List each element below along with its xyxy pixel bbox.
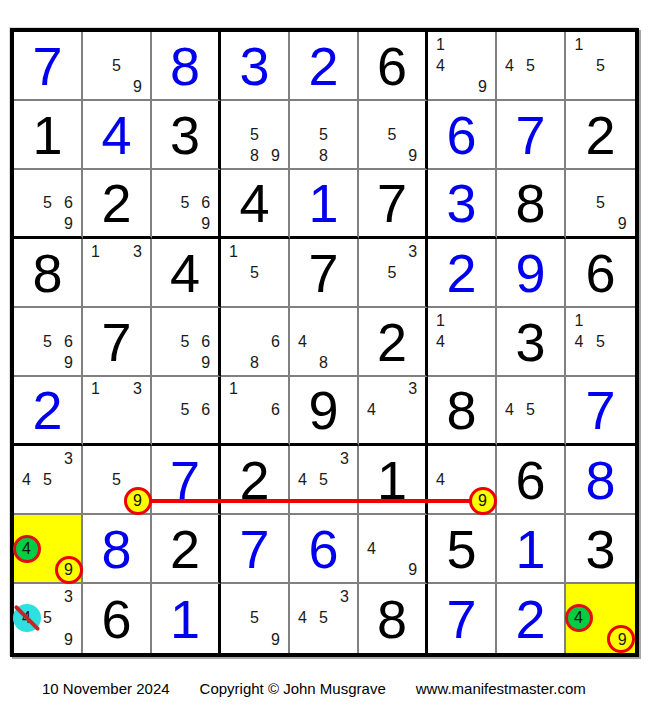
candidate-5: 5 — [244, 262, 265, 283]
cell-r6c3[interactable]: 56 — [152, 377, 221, 446]
cell-r8c2[interactable]: 8 — [83, 515, 152, 584]
candidate-5: 5 — [382, 124, 403, 145]
yellow-circle-marker-r7c7: 9 — [469, 487, 497, 515]
given-digit: 8 — [428, 377, 495, 443]
candidates: 14 — [430, 310, 493, 373]
candidate-9: 9 — [58, 629, 79, 651]
candidate-5: 5 — [590, 331, 612, 352]
candidates: 59 — [223, 586, 286, 651]
footer: 10 November 2024 Copyright © John Musgra… — [42, 680, 586, 697]
cell-r5c1[interactable]: 569 — [14, 308, 83, 377]
candidates: 35 — [361, 241, 423, 304]
candidates: 15 — [568, 34, 633, 97]
cell-r4c4[interactable]: 15 — [221, 239, 290, 308]
cell-r4c2[interactable]: 13 — [83, 239, 152, 308]
entered-digit: 3 — [221, 32, 288, 99]
candidates: 49 — [361, 517, 423, 580]
given-digit: 7 — [359, 170, 425, 236]
given-digit: 2 — [83, 170, 150, 236]
cell-r9c7[interactable]: 7 — [428, 584, 497, 653]
candidates: 59 — [85, 34, 148, 97]
entered-digit: 7 — [152, 446, 218, 513]
entered-digit: 6 — [428, 101, 495, 168]
candidates: 59 — [568, 172, 633, 234]
cell-r1c8[interactable]: 45 — [497, 32, 566, 101]
candidate-4: 4 — [568, 331, 590, 352]
given-digit: 6 — [566, 239, 635, 306]
given-digit: 3 — [497, 308, 564, 375]
entered-digit: 1 — [497, 515, 564, 582]
candidates: 13 — [85, 379, 148, 441]
entered-digit: 1 — [152, 584, 218, 653]
entered-digit: 8 — [83, 515, 150, 582]
candidate-6: 6 — [195, 193, 216, 214]
candidates: 13 — [85, 241, 148, 304]
candidate-9: 9 — [195, 213, 216, 234]
red-ring-marker-r9c9 — [607, 625, 635, 653]
footer-date: 10 November 2024 — [42, 680, 170, 697]
cell-r4c7[interactable]: 2 — [428, 239, 497, 308]
candidates: 15 — [223, 241, 286, 304]
entered-digit: 7 — [14, 32, 81, 99]
cell-r2c9[interactable]: 2 — [566, 101, 635, 170]
candidate-5: 5 — [175, 331, 196, 352]
candidate-3: 3 — [58, 448, 79, 469]
candidate-4: 4 — [16, 469, 37, 490]
cell-r2c5[interactable]: 58 — [290, 101, 359, 170]
candidate-5: 5 — [175, 193, 196, 214]
candidate-1: 1 — [568, 34, 590, 55]
candidate-1: 1 — [430, 34, 451, 55]
candidate-6: 6 — [195, 400, 216, 421]
candidate-5: 5 — [520, 400, 541, 421]
footer-copyright: Copyright © John Musgrave — [200, 680, 386, 697]
candidates: 569 — [154, 172, 216, 234]
entered-digit: 3 — [428, 170, 495, 236]
candidate-4: 4 — [361, 400, 382, 421]
candidate-8: 8 — [313, 145, 334, 166]
cell-r5c4[interactable]: 68 — [221, 308, 290, 377]
cell-r9c3[interactable]: 1 — [152, 584, 221, 653]
green-circle-marker-r9c9: 4 — [565, 604, 593, 632]
cell-r1c1[interactable]: 7 — [14, 32, 83, 101]
cell-r1c5[interactable]: 2 — [290, 32, 359, 101]
cell-r6c9[interactable]: 7 — [566, 377, 635, 446]
cell-r8c6[interactable]: 49 — [359, 515, 428, 584]
candidates: 34 — [361, 379, 423, 441]
candidates: 569 — [16, 310, 79, 373]
candidate-4: 4 — [499, 55, 520, 76]
candidate-9: 9 — [58, 352, 79, 373]
candidates: 589 — [223, 103, 286, 166]
cyan-eliminated-marker-r9c1: 4 — [13, 604, 41, 632]
candidate-6: 6 — [265, 400, 286, 421]
candidates: 569 — [16, 172, 79, 234]
entered-digit: 2 — [14, 377, 81, 443]
candidates: 145 — [568, 310, 633, 373]
candidate-1: 1 — [568, 310, 590, 331]
candidate-1: 1 — [85, 379, 106, 400]
cell-r3c4[interactable]: 4 — [221, 170, 290, 239]
candidates: 345 — [16, 448, 79, 511]
candidate-5: 5 — [382, 262, 403, 283]
cell-r3c8[interactable]: 8 — [497, 170, 566, 239]
candidate-5: 5 — [590, 193, 612, 214]
sudoku-grid: 7598326149451514358958596725692569417385… — [14, 32, 635, 653]
candidate-5: 5 — [244, 124, 265, 145]
cell-r5c9[interactable]: 145 — [566, 308, 635, 377]
cell-r9c2[interactable]: 6 — [83, 584, 152, 653]
cell-r4c3[interactable]: 4 — [152, 239, 221, 308]
candidate-9: 9 — [127, 76, 148, 97]
given-digit: 1 — [359, 446, 425, 513]
candidates: 16 — [223, 379, 286, 441]
cell-r1c2[interactable]: 59 — [83, 32, 152, 101]
cell-r7c6[interactable]: 1 — [359, 446, 428, 515]
sudoku-page: 7598326149451514358958596725692569417385… — [0, 0, 650, 720]
given-digit: 3 — [152, 101, 218, 168]
cell-r8c5[interactable]: 6 — [290, 515, 359, 584]
candidates: 59 — [361, 103, 423, 166]
candidate-8: 8 — [244, 145, 265, 166]
candidates: 45 — [499, 379, 562, 441]
cell-r3c3[interactable]: 569 — [152, 170, 221, 239]
cell-r4c8[interactable]: 9 — [497, 239, 566, 308]
cell-r5c7[interactable]: 14 — [428, 308, 497, 377]
cell-r5c2[interactable]: 7 — [83, 308, 152, 377]
cell-r7c5[interactable]: 345 — [290, 446, 359, 515]
candidates: 56 — [154, 379, 216, 441]
cell-r2c1[interactable]: 1 — [14, 101, 83, 170]
candidates: 58 — [292, 103, 355, 166]
given-digit: 1 — [14, 101, 81, 168]
given-digit: 2 — [221, 446, 288, 513]
cell-r7c9[interactable]: 8 — [566, 446, 635, 515]
given-digit: 4 — [152, 239, 218, 306]
candidate-9: 9 — [195, 352, 216, 373]
candidate-3: 3 — [402, 379, 423, 400]
cell-r7c3[interactable]: 7 — [152, 446, 221, 515]
candidate-4: 4 — [430, 331, 451, 352]
cell-r9c5[interactable]: 345 — [290, 584, 359, 653]
candidate-5: 5 — [37, 469, 58, 490]
candidate-1: 1 — [430, 310, 451, 331]
footer-website: www.manifestmaster.com — [416, 680, 586, 697]
given-digit: 8 — [497, 170, 564, 236]
given-digit: 4 — [221, 170, 288, 236]
candidate-9: 9 — [402, 145, 423, 166]
cell-r5c6[interactable]: 2 — [359, 308, 428, 377]
candidate-3: 3 — [334, 586, 355, 608]
candidate-5: 5 — [520, 55, 541, 76]
candidates: 149 — [430, 34, 493, 97]
given-digit: 6 — [497, 446, 564, 513]
cell-r1c6[interactable]: 6 — [359, 32, 428, 101]
candidate-9: 9 — [402, 559, 423, 580]
candidate-3: 3 — [127, 379, 148, 400]
given-digit: 2 — [359, 308, 425, 375]
cell-r9c8[interactable]: 2 — [497, 584, 566, 653]
candidate-5: 5 — [175, 400, 196, 421]
yellow-circle-marker-r7c2: 9 — [124, 487, 152, 515]
cell-r6c5[interactable]: 9 — [290, 377, 359, 446]
candidate-8: 8 — [244, 352, 265, 373]
cell-r2c8[interactable]: 7 — [497, 101, 566, 170]
cell-r3c6[interactable]: 7 — [359, 170, 428, 239]
cell-r5c8[interactable]: 3 — [497, 308, 566, 377]
entered-digit: 1 — [290, 170, 357, 236]
cell-r5c3[interactable]: 569 — [152, 308, 221, 377]
candidate-1: 1 — [85, 241, 106, 262]
candidate-6: 6 — [58, 331, 79, 352]
candidate-5: 5 — [313, 469, 334, 490]
given-digit: 8 — [14, 239, 81, 306]
given-digit: 3 — [566, 515, 635, 582]
green-circle-marker-r8c1: 4 — [13, 535, 41, 563]
cell-r3c2[interactable]: 2 — [83, 170, 152, 239]
entered-digit: 2 — [428, 239, 495, 306]
cell-r6c6[interactable]: 34 — [359, 377, 428, 446]
cell-r6c2[interactable]: 13 — [83, 377, 152, 446]
candidates: 45 — [499, 34, 562, 97]
entered-digit: 9 — [497, 239, 564, 306]
red-ring-marker-r8c1 — [55, 556, 83, 584]
candidate-4: 4 — [430, 55, 451, 76]
candidate-3: 3 — [334, 448, 355, 469]
cell-r8c9[interactable]: 3 — [566, 515, 635, 584]
cell-r3c1[interactable]: 569 — [14, 170, 83, 239]
cell-r7c1[interactable]: 345 — [14, 446, 83, 515]
candidates: 48 — [292, 310, 355, 373]
entered-digit: 2 — [497, 584, 564, 653]
candidate-5: 5 — [244, 608, 265, 630]
cell-r2c7[interactable]: 6 — [428, 101, 497, 170]
cell-r7c8[interactable]: 6 — [497, 446, 566, 515]
candidate-5: 5 — [37, 193, 58, 214]
entered-digit: 8 — [566, 446, 635, 513]
cell-r1c9[interactable]: 15 — [566, 32, 635, 101]
cell-r6c4[interactable]: 16 — [221, 377, 290, 446]
candidate-3: 3 — [402, 241, 423, 262]
cell-r2c2[interactable]: 4 — [83, 101, 152, 170]
candidate-4: 4 — [430, 469, 451, 490]
cell-r2c3[interactable]: 3 — [152, 101, 221, 170]
candidate-4: 4 — [361, 538, 382, 559]
candidate-3: 3 — [127, 241, 148, 262]
candidate-5: 5 — [106, 469, 127, 490]
candidate-6: 6 — [195, 331, 216, 352]
candidate-6: 6 — [58, 193, 79, 214]
given-digit: 6 — [359, 32, 425, 99]
elimination-slash-icon — [13, 604, 40, 631]
candidates: 68 — [223, 310, 286, 373]
candidate-6: 6 — [265, 331, 286, 352]
cell-r3c7[interactable]: 3 — [428, 170, 497, 239]
cell-r4c9[interactable]: 6 — [566, 239, 635, 308]
candidate-4: 4 — [292, 331, 313, 352]
cell-r8c3[interactable]: 2 — [152, 515, 221, 584]
candidate-5: 5 — [313, 608, 334, 630]
given-digit: 6 — [83, 584, 150, 653]
entered-digit: 2 — [290, 32, 357, 99]
sudoku-board: 7598326149451514358958596725692569417385… — [10, 28, 639, 657]
cell-r6c1[interactable]: 2 — [14, 377, 83, 446]
candidate-4: 4 — [499, 400, 520, 421]
given-digit: 7 — [83, 308, 150, 375]
entered-digit: 4 — [83, 101, 150, 168]
cell-r8c8[interactable]: 1 — [497, 515, 566, 584]
entered-digit: 6 — [290, 515, 357, 582]
given-digit: 2 — [566, 101, 635, 168]
candidate-5: 5 — [106, 55, 127, 76]
cell-r9c4[interactable]: 59 — [221, 584, 290, 653]
given-digit: 5 — [428, 515, 495, 582]
candidate-9: 9 — [58, 213, 79, 234]
cell-r6c7[interactable]: 8 — [428, 377, 497, 446]
entered-digit: 7 — [566, 377, 635, 443]
cell-r6c8[interactable]: 45 — [497, 377, 566, 446]
candidate-1: 1 — [223, 241, 244, 262]
candidates: 569 — [154, 310, 216, 373]
cell-r1c4[interactable]: 3 — [221, 32, 290, 101]
cell-r9c6[interactable]: 8 — [359, 584, 428, 653]
candidate-4: 4 — [292, 469, 313, 490]
cell-r8c7[interactable]: 5 — [428, 515, 497, 584]
entered-digit: 7 — [428, 584, 495, 653]
cell-r2c4[interactable]: 589 — [221, 101, 290, 170]
given-digit: 7 — [290, 239, 357, 306]
cell-r3c9[interactable]: 59 — [566, 170, 635, 239]
candidate-5: 5 — [313, 124, 334, 145]
candidate-9: 9 — [265, 145, 286, 166]
cell-r1c3[interactable]: 8 — [152, 32, 221, 101]
cell-r4c5[interactable]: 7 — [290, 239, 359, 308]
chain-link-line — [138, 499, 483, 503]
candidate-9: 9 — [265, 629, 286, 651]
candidate-9: 9 — [472, 76, 493, 97]
cell-r3c5[interactable]: 1 — [290, 170, 359, 239]
candidate-8: 8 — [313, 352, 334, 373]
candidate-9: 9 — [611, 213, 633, 234]
candidates: 345 — [292, 586, 355, 651]
cell-r5c5[interactable]: 48 — [290, 308, 359, 377]
given-digit: 8 — [359, 584, 425, 653]
candidate-1: 1 — [223, 379, 244, 400]
cell-r2c6[interactable]: 59 — [359, 101, 428, 170]
cell-r1c7[interactable]: 149 — [428, 32, 497, 101]
candidate-4: 4 — [292, 608, 313, 630]
cell-r4c1[interactable]: 8 — [14, 239, 83, 308]
given-digit: 9 — [290, 377, 357, 443]
candidate-3: 3 — [58, 586, 79, 608]
candidate-5: 5 — [590, 55, 612, 76]
cell-r8c4[interactable]: 7 — [221, 515, 290, 584]
cell-r4c6[interactable]: 35 — [359, 239, 428, 308]
given-digit: 2 — [152, 515, 218, 582]
entered-digit: 8 — [152, 32, 218, 99]
entered-digit: 7 — [497, 101, 564, 168]
candidate-5: 5 — [37, 331, 58, 352]
cell-r7c4[interactable]: 2 — [221, 446, 290, 515]
entered-digit: 7 — [221, 515, 288, 582]
